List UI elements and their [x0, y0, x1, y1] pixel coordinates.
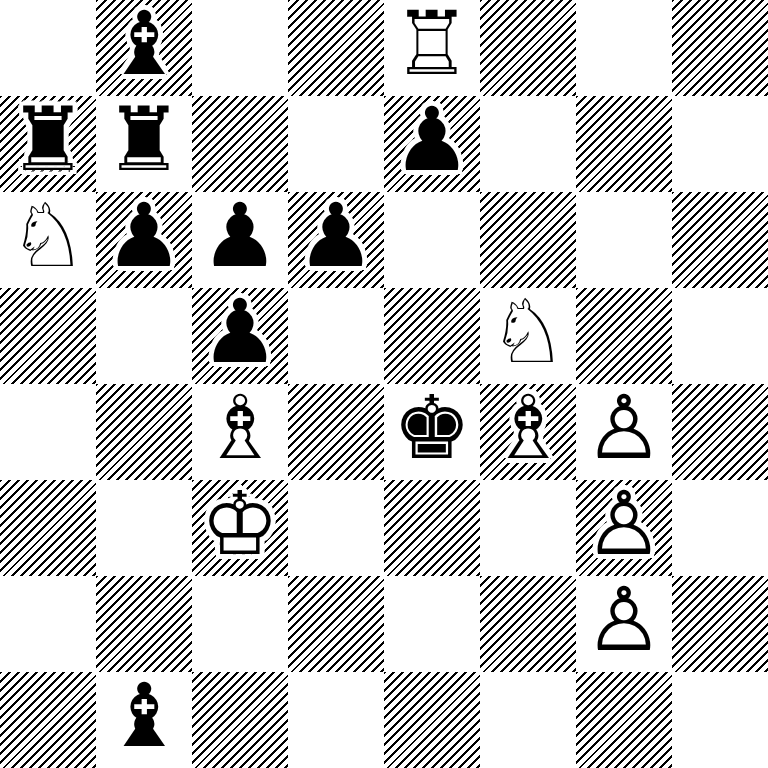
black-pawn-icon: ♟ [201, 288, 280, 376]
square-e5[interactable] [384, 288, 480, 384]
square-a4[interactable] [0, 384, 96, 480]
square-h8[interactable] [672, 0, 768, 96]
white-pawn-icon: ♙ [585, 480, 664, 568]
black-pawn[interactable]: ♟♟ [192, 288, 288, 384]
white-knight[interactable]: ♞♘ [0, 192, 96, 288]
chess-board: ♝♝♜♖♜♜♜♜♟♟♞♘♟♟♟♟♟♟♟♟♞♘♝♗♚♚♝♗♟♙♚♔♟♙♟♙♝♝ [0, 0, 768, 768]
square-d3[interactable] [288, 480, 384, 576]
white-rook[interactable]: ♜♖ [384, 0, 480, 96]
black-pawn-icon: ♟ [297, 192, 376, 280]
white-bishop[interactable]: ♝♗ [480, 384, 576, 480]
square-b2[interactable] [96, 576, 192, 672]
black-king-icon: ♚ [393, 384, 472, 472]
square-d4[interactable] [288, 384, 384, 480]
square-h2[interactable] [672, 576, 768, 672]
black-bishop[interactable]: ♝♝ [96, 672, 192, 768]
white-knight[interactable]: ♞♘ [480, 288, 576, 384]
square-d7[interactable] [288, 96, 384, 192]
black-pawn[interactable]: ♟♟ [96, 192, 192, 288]
white-pawn-icon: ♙ [585, 384, 664, 472]
square-c7[interactable] [192, 96, 288, 192]
square-c1[interactable] [192, 672, 288, 768]
white-pawn-icon: ♙ [585, 576, 664, 664]
square-f3[interactable] [480, 480, 576, 576]
square-f5[interactable]: ♞♘ [480, 288, 576, 384]
square-a6[interactable]: ♞♘ [0, 192, 96, 288]
square-f7[interactable] [480, 96, 576, 192]
square-g3[interactable]: ♟♙ [576, 480, 672, 576]
square-b7[interactable]: ♜♜ [96, 96, 192, 192]
square-e1[interactable] [384, 672, 480, 768]
square-c2[interactable] [192, 576, 288, 672]
square-b4[interactable] [96, 384, 192, 480]
square-a8[interactable] [0, 0, 96, 96]
white-pawn[interactable]: ♟♙ [576, 480, 672, 576]
square-e7[interactable]: ♟♟ [384, 96, 480, 192]
square-e8[interactable]: ♜♖ [384, 0, 480, 96]
white-bishop[interactable]: ♝♗ [192, 384, 288, 480]
square-g8[interactable] [576, 0, 672, 96]
black-rook-icon: ♜ [105, 96, 184, 184]
square-d6[interactable]: ♟♟ [288, 192, 384, 288]
white-pawn[interactable]: ♟♙ [576, 384, 672, 480]
square-a3[interactable] [0, 480, 96, 576]
square-d1[interactable] [288, 672, 384, 768]
square-a1[interactable] [0, 672, 96, 768]
square-b8[interactable]: ♝♝ [96, 0, 192, 96]
square-d8[interactable] [288, 0, 384, 96]
black-pawn[interactable]: ♟♟ [288, 192, 384, 288]
square-g6[interactable] [576, 192, 672, 288]
square-c3[interactable]: ♚♔ [192, 480, 288, 576]
square-h1[interactable] [672, 672, 768, 768]
square-b5[interactable] [96, 288, 192, 384]
square-g7[interactable] [576, 96, 672, 192]
white-king-icon: ♔ [201, 480, 280, 568]
white-bishop-icon: ♗ [489, 384, 568, 472]
black-rook-icon: ♜ [9, 96, 88, 184]
black-rook[interactable]: ♜♜ [96, 96, 192, 192]
square-h6[interactable] [672, 192, 768, 288]
square-d5[interactable] [288, 288, 384, 384]
white-rook-icon: ♖ [393, 0, 472, 88]
square-f2[interactable] [480, 576, 576, 672]
square-f8[interactable] [480, 0, 576, 96]
square-b6[interactable]: ♟♟ [96, 192, 192, 288]
square-c6[interactable]: ♟♟ [192, 192, 288, 288]
white-pawn[interactable]: ♟♙ [576, 576, 672, 672]
black-king[interactable]: ♚♚ [384, 384, 480, 480]
square-a2[interactable] [0, 576, 96, 672]
square-h4[interactable] [672, 384, 768, 480]
black-bishop[interactable]: ♝♝ [96, 0, 192, 96]
square-c8[interactable] [192, 0, 288, 96]
square-d2[interactable] [288, 576, 384, 672]
white-knight-icon: ♘ [9, 192, 88, 280]
white-bishop-icon: ♗ [201, 384, 280, 472]
white-king[interactable]: ♚♔ [192, 480, 288, 576]
black-bishop-icon: ♝ [105, 672, 184, 760]
square-h5[interactable] [672, 288, 768, 384]
square-g2[interactable]: ♟♙ [576, 576, 672, 672]
square-b1[interactable]: ♝♝ [96, 672, 192, 768]
black-pawn-icon: ♟ [201, 192, 280, 280]
square-b3[interactable] [96, 480, 192, 576]
square-e3[interactable] [384, 480, 480, 576]
square-g4[interactable]: ♟♙ [576, 384, 672, 480]
black-bishop-icon: ♝ [105, 0, 184, 88]
square-e2[interactable] [384, 576, 480, 672]
square-e4[interactable]: ♚♚ [384, 384, 480, 480]
square-f6[interactable] [480, 192, 576, 288]
square-h3[interactable] [672, 480, 768, 576]
black-pawn-icon: ♟ [105, 192, 184, 280]
square-g1[interactable] [576, 672, 672, 768]
black-pawn-icon: ♟ [393, 96, 472, 184]
square-c5[interactable]: ♟♟ [192, 288, 288, 384]
square-e6[interactable] [384, 192, 480, 288]
square-g5[interactable] [576, 288, 672, 384]
square-h7[interactable] [672, 96, 768, 192]
square-c4[interactable]: ♝♗ [192, 384, 288, 480]
square-a5[interactable] [0, 288, 96, 384]
black-pawn[interactable]: ♟♟ [192, 192, 288, 288]
square-f4[interactable]: ♝♗ [480, 384, 576, 480]
square-a7[interactable]: ♜♜ [0, 96, 96, 192]
black-pawn[interactable]: ♟♟ [384, 96, 480, 192]
white-knight-icon: ♘ [489, 288, 568, 376]
black-rook[interactable]: ♜♜ [0, 96, 96, 192]
square-f1[interactable] [480, 672, 576, 768]
